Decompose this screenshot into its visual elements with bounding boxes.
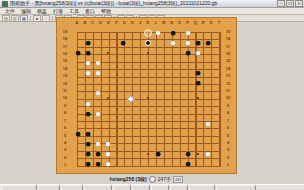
intersection-T18[interactable] [218,28,223,38]
status-segment-4 [113,185,131,190]
intersection-B8[interactable]: ● [83,109,93,119]
intersection-L15[interactable] [153,58,163,68]
menu-item-5[interactable]: 窗口 [82,8,98,14]
toolbar-separator [52,16,53,21]
open-file-icon[interactable]: ▥ [11,15,19,22]
intersection-T5[interactable] [218,139,223,149]
column-label: C [89,19,97,27]
row-label: 7 [59,119,71,123]
intersection-F6[interactable] [118,129,128,139]
row-label: 18 [59,37,71,41]
app-icon [2,1,8,7]
intersection-A4[interactable] [73,149,83,159]
go-stone-white-N17: ● [168,38,178,48]
column-label: O [176,19,184,27]
intersection-K16[interactable] [143,48,153,58]
intersection-Q3[interactable] [193,159,203,169]
intersection-C18[interactable] [93,28,103,38]
intersection-T7[interactable] [218,119,223,129]
intersection-A13[interactable] [73,78,83,88]
row-label: 11 [222,89,234,93]
row-label: 9 [222,104,234,108]
intersection-K13[interactable] [143,78,153,88]
intersection-D9[interactable] [103,99,113,109]
intersection-L11[interactable] [153,88,163,98]
intersection-A11[interactable] [73,88,83,98]
column-label: J [136,19,144,27]
intersection-F9[interactable] [118,99,128,109]
row-label: 6 [59,126,71,130]
column-label: S [207,19,215,27]
intersection-K9[interactable] [143,99,153,109]
intersection-Q8[interactable] [193,109,203,119]
intersection-F7[interactable] [118,119,128,129]
intersection-A9[interactable] [73,99,83,109]
intersection-A16[interactable]: ● [73,48,83,58]
row-label: 4 [59,141,71,145]
intersection-F16[interactable] [118,48,128,58]
row-label: 8 [222,111,234,115]
row-label: 9 [59,104,71,108]
row-label: 3 [222,148,234,152]
row-label: 10 [59,96,71,100]
intersection-N11[interactable] [168,88,178,98]
intersection-L7[interactable] [153,119,163,129]
new-file-icon[interactable]: ▤ [2,15,10,22]
white-stone-turn-icon [149,176,156,183]
row-label: 4 [222,141,234,145]
intersection-D8[interactable] [103,109,113,119]
intersection-D3[interactable]: ● [103,159,113,169]
intersection-K15[interactable] [143,58,153,68]
row-label: 18 [222,37,234,41]
intersection-D13[interactable] [103,78,113,88]
move-count: 247手 [158,176,171,182]
intersection-B3[interactable]: ● [83,159,93,169]
intersection-Q13[interactable]: ● [193,78,203,88]
intersection-R9[interactable] [203,99,213,109]
row-label: 1 [59,163,71,167]
status-segment-1 [38,185,60,190]
column-label: P [184,19,192,27]
column-label: K [144,19,152,27]
column-label: N [168,19,176,27]
maximize-button[interactable]: ❐ [286,0,294,7]
column-label: T [215,19,223,27]
row-label: 13 [222,74,234,78]
intersection-N7[interactable] [168,119,178,129]
intersection-Q7[interactable] [193,119,203,129]
window-title: 围棋助手 - 黑[hxiang258(3段)] vs 白[butai(3段)] … [10,0,277,7]
board-grid: ●●●●●●●●●●●●●●●●●●●●●●●●●●●●●●●●●●●●●●●● [73,28,223,169]
player-bar: hxiang258 (3段) 247手 4目 [56,175,237,183]
go-stone-black-C3: ● [93,159,103,169]
column-label: A [73,19,81,27]
intersection-F3[interactable] [118,159,128,169]
intersection-P14[interactable] [183,68,193,78]
star-point [147,52,149,54]
title-bar: 围棋助手 - 黑[hxiang258(3段)] vs 白[butai(3段)] … [0,0,304,8]
intersection-T17[interactable] [218,38,223,48]
column-label: M [160,19,168,27]
go-stone-black-A16: ● [73,48,83,58]
row-label: 6 [222,126,234,130]
intersection-A3[interactable] [73,159,83,169]
go-app-window: { "game": "go (weiqi), 19x19", "window":… [0,0,304,190]
go-stone-black-P16: ● [183,48,193,58]
intersection-R16[interactable] [203,48,213,58]
intersection-L4[interactable]: ● [153,149,163,159]
go-stone-white-R4: ● [203,149,213,159]
intersection-K14[interactable] [143,68,153,78]
row-label: 10 [222,96,234,100]
star-point [197,153,199,155]
row-label: 16 [59,52,71,56]
intersection-A8[interactable] [73,109,83,119]
intersection-T3[interactable] [218,159,223,169]
column-label: B [81,19,89,27]
row-label: 15 [59,59,71,63]
go-stone-white-L18: ● [153,28,163,38]
intersection-F11[interactable] [118,88,128,98]
row-label: 3 [59,148,71,152]
go-stone-white-C14: ● [93,68,103,78]
column-label: L [152,19,160,27]
row-label: 19 [59,30,71,34]
menu-item-2[interactable]: 棋盘 [34,8,50,14]
save-file-icon[interactable]: ▦ [20,15,28,22]
intersection-L14[interactable] [153,68,163,78]
intersection-K3[interactable] [143,159,153,169]
column-label: R [199,19,207,27]
intersection-R17[interactable]: ● [203,38,213,48]
intersection-T11[interactable] [218,88,223,98]
go-stone-white-C8: ● [93,109,103,119]
intersection-F5[interactable] [118,139,128,149]
intersection-Q16[interactable]: ● [193,48,203,58]
status-segment-2 [61,185,83,190]
row-labels-right: 19181716151413121110987654321 [222,28,234,169]
row-label: 15 [222,59,234,63]
intersection-N17[interactable]: ● [168,38,178,48]
intersection-R7[interactable]: ● [203,119,213,129]
status-segment-3 [84,185,112,190]
intersection-C11[interactable]: ● [93,88,103,98]
row-label: 13 [59,74,71,78]
black-stone-tool-icon[interactable]: ● [33,15,41,22]
go-stone-black-P3: ● [183,159,193,169]
intersection-R15[interactable] [203,58,213,68]
intersection-P8[interactable] [183,109,193,119]
intersection-R4[interactable]: ● [203,149,213,159]
intersection-C3[interactable]: ● [93,159,103,169]
menu-item-0[interactable]: 文件 [2,8,18,14]
intersection-T6[interactable] [218,129,223,139]
intersection-C7[interactable] [93,119,103,129]
intersection-B13[interactable] [83,78,93,88]
row-label: 8 [59,111,71,115]
go-stone-white-D3: ● [103,159,113,169]
intersection-N13[interactable] [168,78,178,88]
row-label: 11 [59,89,71,93]
intersection-A5[interactable] [73,139,83,149]
minimize-button[interactable]: ─ [277,0,285,7]
column-label: G [120,19,128,27]
intersection-Q6[interactable] [193,129,203,139]
status-segment-0 [1,185,37,190]
row-label: 19 [222,30,234,34]
intersection-Q4[interactable] [193,149,203,159]
status-segment-7 [170,185,188,190]
go-stone-black-R17: ● [203,38,213,48]
row-labels-left: 19181716151413121110987654321 [59,28,71,169]
intersection-F14[interactable] [118,68,128,78]
intersection-T15[interactable] [218,58,223,68]
row-label: 12 [222,82,234,86]
intersection-T16[interactable] [218,48,223,58]
intersection-R6[interactable] [203,129,213,139]
intersection-R11[interactable] [203,88,213,98]
intersection-K8[interactable] [143,109,153,119]
menu-item-3[interactable]: 打谱 [50,8,66,14]
intersection-R3[interactable] [203,159,213,169]
status-segment-9 [216,185,256,190]
intersection-F4[interactable] [118,149,128,159]
intersection-A15[interactable] [73,58,83,68]
intersection-C17[interactable] [93,38,103,48]
close-button[interactable]: ✕ [295,0,303,7]
row-label: 7 [222,119,234,123]
intersection-B14[interactable]: ● [83,68,93,78]
row-label: 1 [222,163,234,167]
intersection-T8[interactable] [218,109,223,119]
go-board: ABCDEFGHJKLMNOPQRST 19181716151413121110… [56,17,237,174]
intersection-T13[interactable] [218,78,223,88]
go-stone-black-B3: ● [83,159,93,169]
row-label: 12 [59,82,71,86]
toolbar-separator [30,16,31,21]
row-label: 2 [59,156,71,160]
intersection-C8[interactable]: ● [93,109,103,119]
go-stone-black-F17: ● [118,38,128,48]
go-stone-black-B8: ● [83,109,93,119]
intersection-P11[interactable] [183,88,193,98]
intersection-P9[interactable] [183,99,193,109]
intersection-P3[interactable]: ● [183,159,193,169]
intersection-F17[interactable]: ● [118,38,128,48]
go-stone-black-L4: ● [153,149,163,159]
intersection-Q9[interactable] [193,99,203,109]
column-label: H [128,19,136,27]
intersection-N3[interactable] [168,159,178,169]
intersection-K17[interactable]: ● [143,38,153,48]
intersection-L18[interactable]: ● [153,28,163,38]
intersection-D17[interactable] [103,38,113,48]
intersection-F13[interactable] [118,78,128,88]
intersection-P6[interactable] [183,129,193,139]
menu-item-6[interactable]: 帮助 [98,8,114,14]
intersection-N14[interactable] [168,68,178,78]
intersection-L13[interactable] [153,78,163,88]
white-stone-tool-icon[interactable]: ○ [42,15,50,22]
intersection-K6[interactable] [143,129,153,139]
intersection-Q5[interactable] [193,139,203,149]
intersection-A6[interactable]: ● [73,129,83,139]
intersection-N15[interactable] [168,58,178,68]
intersection-N8[interactable] [168,109,178,119]
column-label: D [97,19,105,27]
status-segment-5 [132,185,150,190]
column-label: Q [191,19,199,27]
intersection-R13[interactable] [203,78,213,88]
intersection-P13[interactable] [183,78,193,88]
intersection-A14[interactable] [73,68,83,78]
intersection-N9[interactable] [168,99,178,109]
intersection-D14[interactable] [103,68,113,78]
intersection-K4[interactable] [143,149,153,159]
row-label: 16 [222,52,234,56]
row-label: 5 [222,134,234,138]
player-name: hxiang258 (3段) [110,176,147,182]
intersection-L8[interactable] [153,109,163,119]
go-stone-white-B14: ● [83,68,93,78]
intersection-D16[interactable] [103,48,113,58]
intersection-R14[interactable] [203,68,213,78]
intersection-N4[interactable] [168,149,178,159]
row-label: 17 [222,45,234,49]
status-segment-8 [189,185,215,190]
intersection-A18[interactable] [73,28,83,38]
go-stone-white-R7: ● [203,119,213,129]
go-stone-black-A6: ● [73,129,83,139]
star-point [107,52,109,54]
intersection-T9[interactable] [218,99,223,109]
intersection-L6[interactable] [153,129,163,139]
intersection-N5[interactable] [168,139,178,149]
intersection-D15[interactable] [103,58,113,68]
intersection-L3[interactable] [153,159,163,169]
column-label: E [105,19,113,27]
column-labels: ABCDEFGHJKLMNOPQRST [73,19,223,27]
go-stone-white-C11: ● [93,88,103,98]
intersection-L9[interactable] [153,99,163,109]
intersection-T4[interactable] [218,149,223,159]
go-stone-black-Q13: ● [193,78,203,88]
intersection-N16[interactable] [168,48,178,58]
status-segment-6 [151,185,169,190]
menu-item-1[interactable]: 编辑 [18,8,34,14]
intersection-B11[interactable] [83,88,93,98]
intersection-P7[interactable] [183,119,193,129]
intersection-K5[interactable] [143,139,153,149]
intersection-L17[interactable] [153,38,163,48]
row-label: 2 [222,156,234,160]
hover-stone-marker [144,29,152,37]
intersection-C14[interactable]: ● [93,68,103,78]
intersection-D7[interactable] [103,119,113,129]
menu-item-4[interactable]: 工具 [66,8,82,14]
star-point [147,153,149,155]
intersection-P16[interactable]: ● [183,48,193,58]
row-label: 14 [59,67,71,71]
intersection-K7[interactable] [143,119,153,129]
row-label: 17 [59,45,71,49]
intersection-D18[interactable] [103,28,113,38]
intersection-F8[interactable] [118,109,128,119]
go-stone-white-Q16: ● [193,48,203,58]
column-label: F [112,19,120,27]
intersection-P15[interactable] [183,58,193,68]
status-bar [0,184,304,190]
intersection-L16[interactable] [153,48,163,58]
score-badge: 4目 [173,176,183,183]
row-label: 14 [222,67,234,71]
intersection-N6[interactable] [168,129,178,139]
intersection-T14[interactable] [218,68,223,78]
row-label: 5 [59,134,71,138]
intersection-F15[interactable] [118,58,128,68]
